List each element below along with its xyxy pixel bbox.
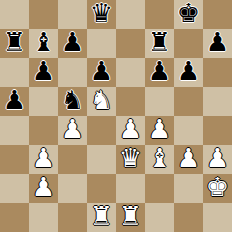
square-f4[interactable]: ♟ [145, 116, 174, 145]
black-pawn[interactable]: ♟ [206, 29, 229, 57]
square-a6[interactable] [0, 58, 29, 87]
square-b4[interactable] [29, 116, 58, 145]
black-pawn[interactable]: ♟ [61, 29, 84, 57]
square-c7[interactable]: ♟ [58, 29, 87, 58]
white-rook[interactable]: ♜ [119, 203, 142, 231]
square-a3[interactable] [0, 145, 29, 174]
square-a1[interactable] [0, 203, 29, 232]
square-g1[interactable] [174, 203, 203, 232]
black-pawn[interactable]: ♟ [3, 87, 26, 115]
square-c5[interactable]: ♞ [58, 87, 87, 116]
black-pawn[interactable]: ♟ [177, 58, 200, 86]
white-pawn[interactable]: ♟ [61, 116, 84, 144]
square-a5[interactable]: ♟ [0, 87, 29, 116]
square-h5[interactable] [203, 87, 232, 116]
square-g8[interactable]: ♚ [174, 0, 203, 29]
white-pawn[interactable]: ♟ [32, 174, 55, 202]
square-d1[interactable]: ♜ [87, 203, 116, 232]
square-b2[interactable]: ♟ [29, 174, 58, 203]
black-king[interactable]: ♚ [177, 0, 200, 28]
square-g2[interactable] [174, 174, 203, 203]
square-b6[interactable]: ♟ [29, 58, 58, 87]
square-f5[interactable] [145, 87, 174, 116]
black-knight[interactable]: ♞ [61, 87, 84, 115]
square-c8[interactable] [58, 0, 87, 29]
square-h1[interactable] [203, 203, 232, 232]
square-d2[interactable] [87, 174, 116, 203]
square-e8[interactable] [116, 0, 145, 29]
square-e7[interactable] [116, 29, 145, 58]
square-d8[interactable]: ♛ [87, 0, 116, 29]
square-e1[interactable]: ♜ [116, 203, 145, 232]
square-e4[interactable]: ♟ [116, 116, 145, 145]
square-g6[interactable]: ♟ [174, 58, 203, 87]
white-king[interactable]: ♚ [206, 174, 229, 202]
black-pawn[interactable]: ♟ [90, 58, 113, 86]
white-pawn[interactable]: ♟ [206, 145, 229, 173]
square-h6[interactable] [203, 58, 232, 87]
square-c3[interactable] [58, 145, 87, 174]
square-g5[interactable] [174, 87, 203, 116]
square-c6[interactable] [58, 58, 87, 87]
square-a8[interactable] [0, 0, 29, 29]
white-pawn[interactable]: ♟ [32, 145, 55, 173]
white-pawn[interactable]: ♟ [119, 116, 142, 144]
square-a7[interactable]: ♜ [0, 29, 29, 58]
square-f2[interactable] [145, 174, 174, 203]
black-queen[interactable]: ♛ [90, 0, 113, 28]
square-c4[interactable]: ♟ [58, 116, 87, 145]
white-knight[interactable]: ♞ [90, 87, 113, 115]
square-f8[interactable] [145, 0, 174, 29]
white-pawn[interactable]: ♟ [177, 145, 200, 173]
square-f6[interactable]: ♟ [145, 58, 174, 87]
square-b5[interactable] [29, 87, 58, 116]
black-rook[interactable]: ♜ [3, 29, 26, 57]
square-d7[interactable] [87, 29, 116, 58]
black-pawn[interactable]: ♟ [32, 58, 55, 86]
square-h4[interactable] [203, 116, 232, 145]
black-rook[interactable]: ♜ [148, 29, 171, 57]
white-pawn[interactable]: ♟ [148, 116, 171, 144]
chess-board: ♛♚♜♝♟♜♟♟♟♟♟♟♞♞♟♟♟♟♛♝♟♟♟♚♜♜ [0, 0, 232, 232]
square-a2[interactable] [0, 174, 29, 203]
square-a4[interactable] [0, 116, 29, 145]
square-f1[interactable] [145, 203, 174, 232]
square-e5[interactable] [116, 87, 145, 116]
white-queen[interactable]: ♛ [119, 145, 142, 173]
square-g4[interactable] [174, 116, 203, 145]
square-e6[interactable] [116, 58, 145, 87]
square-h3[interactable]: ♟ [203, 145, 232, 174]
black-pawn[interactable]: ♟ [148, 58, 171, 86]
square-f7[interactable]: ♜ [145, 29, 174, 58]
white-rook[interactable]: ♜ [90, 203, 113, 231]
square-b1[interactable] [29, 203, 58, 232]
white-bishop[interactable]: ♝ [148, 145, 171, 173]
square-e3[interactable]: ♛ [116, 145, 145, 174]
square-b8[interactable] [29, 0, 58, 29]
square-d4[interactable] [87, 116, 116, 145]
square-h2[interactable]: ♚ [203, 174, 232, 203]
square-d3[interactable] [87, 145, 116, 174]
square-b3[interactable]: ♟ [29, 145, 58, 174]
square-d6[interactable]: ♟ [87, 58, 116, 87]
square-f3[interactable]: ♝ [145, 145, 174, 174]
square-h8[interactable] [203, 0, 232, 29]
square-g7[interactable] [174, 29, 203, 58]
square-c1[interactable] [58, 203, 87, 232]
square-h7[interactable]: ♟ [203, 29, 232, 58]
square-g3[interactable]: ♟ [174, 145, 203, 174]
square-c2[interactable] [58, 174, 87, 203]
square-b7[interactable]: ♝ [29, 29, 58, 58]
black-bishop[interactable]: ♝ [32, 29, 55, 57]
square-e2[interactable] [116, 174, 145, 203]
square-d5[interactable]: ♞ [87, 87, 116, 116]
